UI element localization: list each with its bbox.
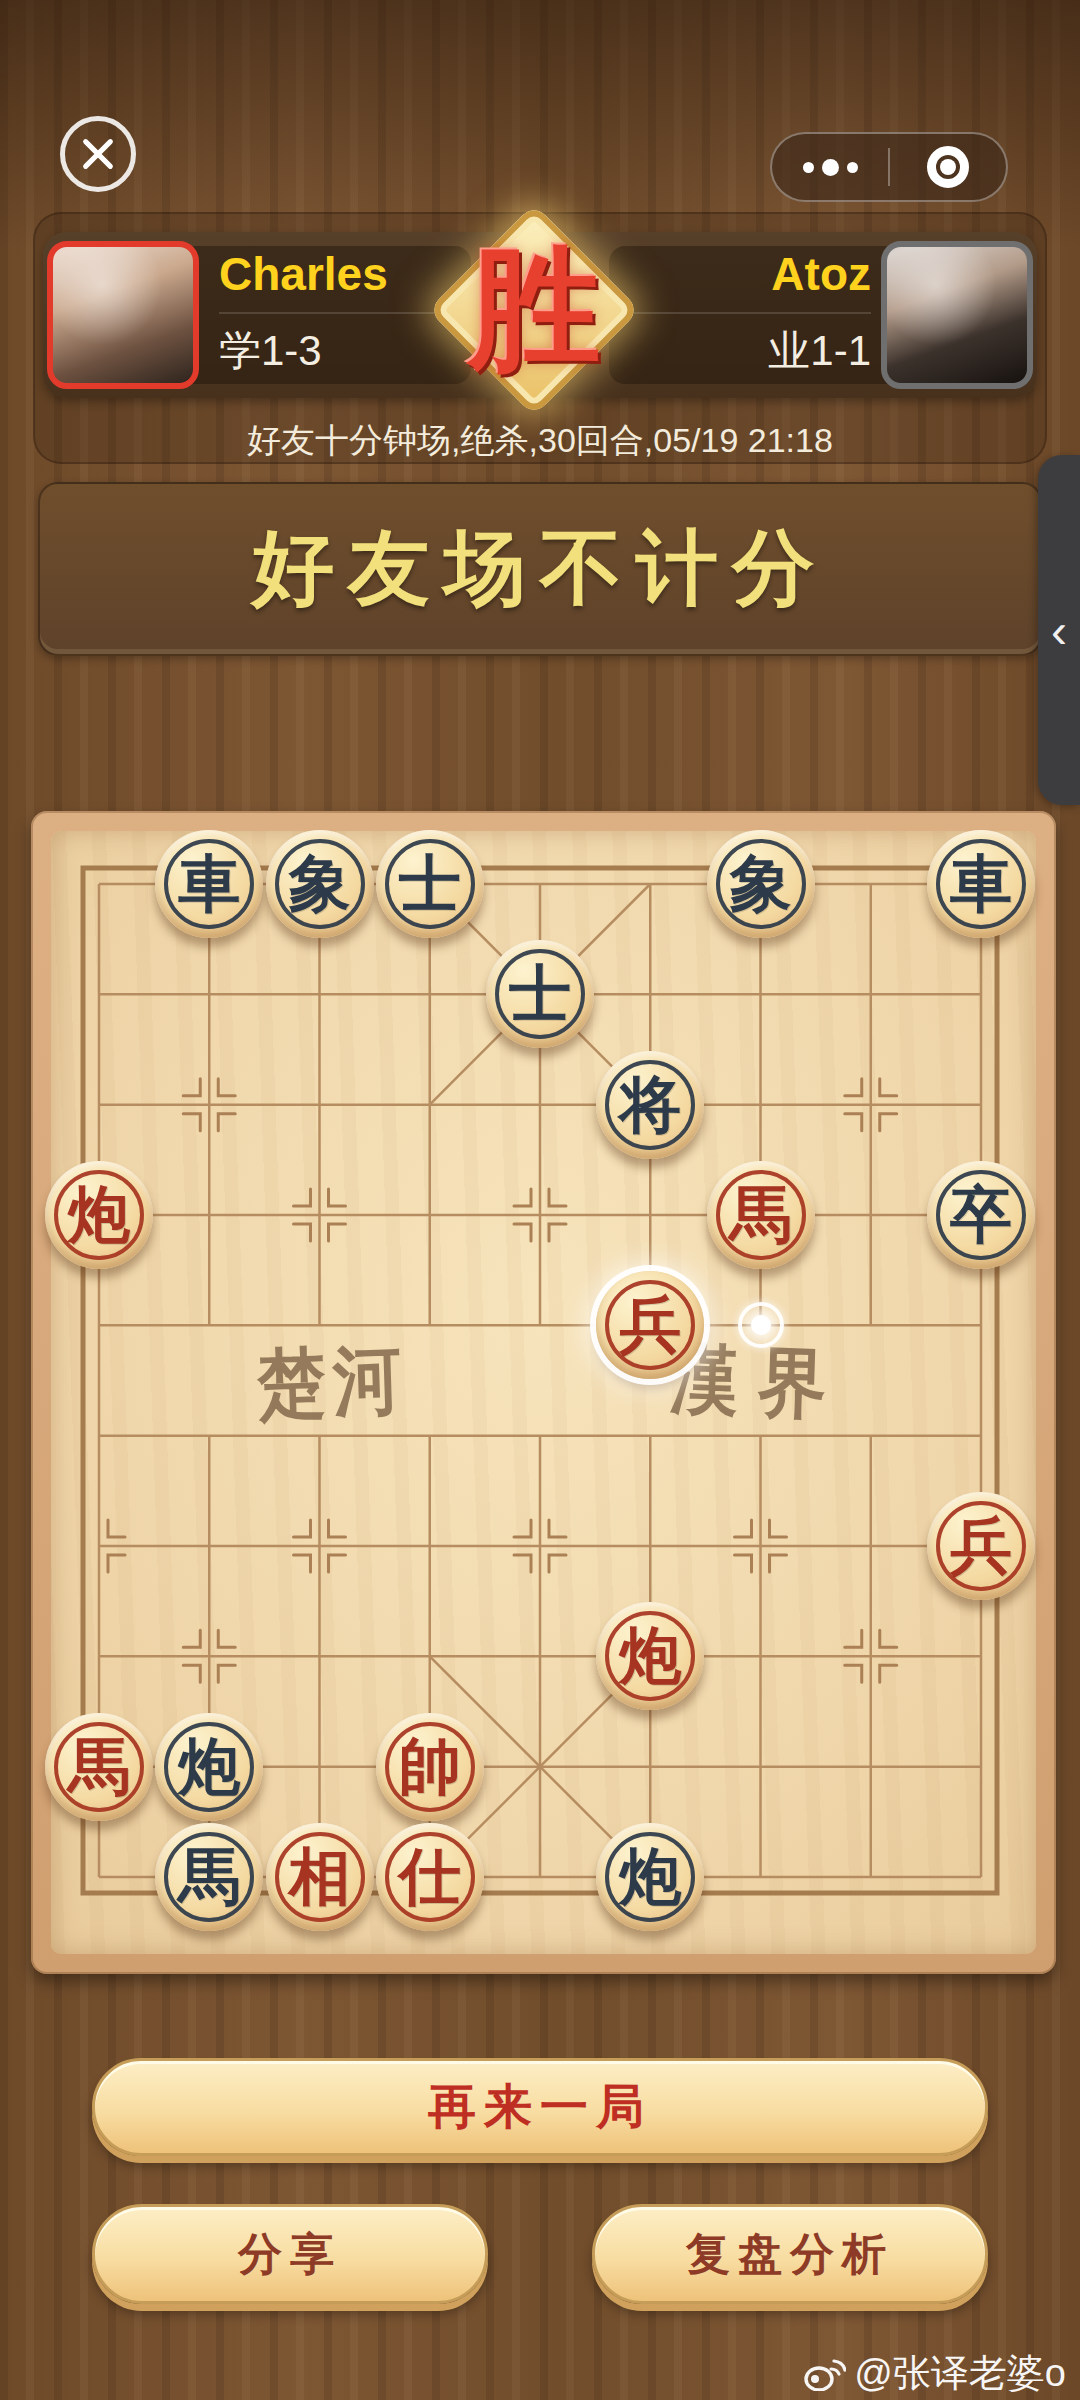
review-analysis-button[interactable]: 复盘分析 [592,2204,988,2304]
watermark-text: @张译老婆o [854,2348,1066,2399]
piece-glyph: 馬 [68,1736,130,1798]
piece-black-elephant[interactable]: 象 [707,830,815,938]
right-player-name: Atoz [617,248,871,300]
piece-glyph: 卒 [950,1184,1012,1246]
player-bar: Charles 学1-3 Atoz 业1-1 胜 [43,232,1037,398]
left-player-avatar[interactable] [47,241,199,389]
win-badge-label: 胜 [459,200,609,420]
piece-glyph: 士 [399,853,461,915]
miniprogram-capsule [770,132,1008,202]
exit-button[interactable] [890,134,1006,200]
right-player-rank: 业1-1 [617,326,871,376]
piece-red-general[interactable]: 帥 [376,1713,484,1821]
piece-red-horse[interactable]: 馬 [707,1161,815,1269]
river-label-chu: 楚河 [232,1329,433,1437]
game-result-screen: Charles 学1-3 Atoz 业1-1 胜 好友十分钟场,绝杀,30回合,… [0,0,1080,2400]
piece-glyph: 馬 [178,1846,240,1908]
piece-black-elephant[interactable]: 象 [266,830,374,938]
piece-glyph: 相 [289,1846,351,1908]
piece-glyph: 士 [509,963,571,1025]
piece-red-advisor[interactable]: 仕 [376,1823,484,1931]
piece-red-soldier[interactable]: 兵 [927,1492,1035,1600]
rematch-button[interactable]: 再来一局 [92,2058,988,2156]
piece-glyph: 炮 [68,1184,130,1246]
piece-glyph: 象 [730,853,792,915]
xiangqi-board[interactable]: 楚河 漢界 車象士象車士将炮馬卒兵兵炮馬炮帥馬相仕炮 [31,811,1056,1974]
collapse-drawer-tab[interactable]: ‹ [1038,455,1080,805]
piece-glyph: 炮 [619,1846,681,1908]
piece-black-advisor[interactable]: 士 [486,940,594,1048]
piece-red-cannon[interactable]: 炮 [45,1161,153,1269]
piece-glyph: 象 [289,853,351,915]
piece-glyph: 馬 [730,1184,792,1246]
piece-black-horse[interactable]: 馬 [155,1823,263,1931]
piece-red-horse[interactable]: 馬 [45,1713,153,1821]
piece-glyph: 帥 [399,1736,461,1798]
left-player-name: Charles [219,248,388,300]
left-player-rank: 学1-3 [219,326,322,376]
match-info: 好友十分钟场,绝杀,30回合,05/19 21:18 [0,418,1080,464]
piece-black-cannon[interactable]: 炮 [155,1713,263,1821]
watermark: @张译老婆o [804,2348,1066,2399]
piece-black-chariot[interactable]: 車 [927,830,1035,938]
piece-black-chariot[interactable]: 車 [155,830,263,938]
score-banner: 好友场不计分 [38,482,1042,656]
chevron-left-icon: ‹ [1051,603,1067,658]
piece-glyph: 車 [178,853,240,915]
piece-black-cannon[interactable]: 炮 [596,1823,704,1931]
piece-glyph: 将 [619,1074,681,1136]
piece-glyph: 仕 [399,1846,461,1908]
piece-glyph: 炮 [619,1625,681,1687]
three-dots-icon [803,162,814,173]
more-options-button[interactable] [772,134,888,200]
piece-black-soldier[interactable]: 卒 [927,1161,1035,1269]
score-banner-text: 好友场不计分 [252,514,828,624]
piece-red-elephant[interactable]: 相 [266,1823,374,1931]
piece-black-advisor[interactable]: 士 [376,830,484,938]
piece-glyph: 兵 [619,1294,681,1356]
piece-glyph: 兵 [950,1515,1012,1577]
piece-black-general[interactable]: 将 [596,1051,704,1159]
share-button[interactable]: 分享 [92,2204,488,2304]
weibo-eye-icon [804,2357,846,2391]
piece-glyph: 車 [950,853,1012,915]
piece-red-cannon[interactable]: 炮 [596,1602,704,1710]
close-button[interactable] [60,116,136,192]
move-origin-marker [738,1302,784,1348]
right-player-avatar[interactable] [881,241,1033,389]
piece-red-soldier[interactable]: 兵 [596,1271,704,1379]
circle-dot-icon [927,146,969,188]
piece-glyph: 炮 [178,1736,240,1798]
